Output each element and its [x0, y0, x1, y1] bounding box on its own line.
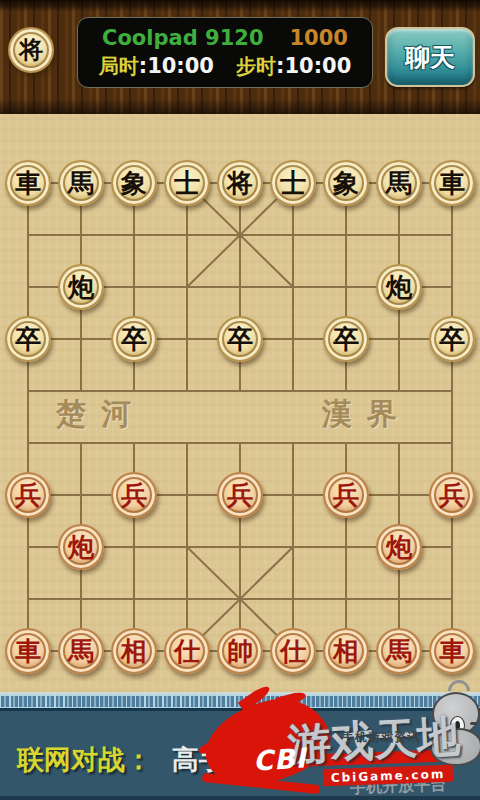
mascot-eye-closed: [470, 722, 478, 725]
piece-red-general[interactable]: 帥: [217, 628, 263, 674]
piece-red-pawn[interactable]: 兵: [217, 472, 263, 518]
piece-black-general[interactable]: 将: [217, 160, 263, 206]
piece-black-cannon[interactable]: 炮: [58, 264, 104, 310]
piece-red-chariot[interactable]: 車: [5, 628, 51, 674]
avatar-general-glyph: 将: [19, 38, 43, 62]
river-label-right: 漢界: [322, 394, 412, 435]
player-avatar-piece: 将: [8, 27, 54, 73]
chat-button-label: 聊天: [405, 41, 455, 74]
player-name: Coolpad 9120: [102, 26, 263, 50]
timers-row: 局时 :10:00 步时 :10:00: [82, 53, 368, 80]
piece-black-elephant[interactable]: 象: [323, 160, 369, 206]
top-bar: 将 Coolpad 9120 1000 局时 :10:00 步时 :10:00 …: [0, 0, 480, 114]
watermark-site-url: CbiGame.com: [331, 767, 446, 785]
player-info-panel: Coolpad 9120 1000 局时 :10:00 步时 :10:00: [77, 17, 373, 88]
game-timer-value: :10:00: [139, 54, 214, 78]
move-timer: 步时 :10:00: [236, 53, 351, 80]
move-timer-label: 步时: [236, 53, 276, 80]
piece-red-advisor[interactable]: 仕: [270, 628, 316, 674]
online-mode-label: 联网对战：: [17, 742, 152, 778]
piece-black-pawn[interactable]: 卒: [429, 316, 475, 362]
piece-red-horse[interactable]: 馬: [58, 628, 104, 674]
piece-black-pawn[interactable]: 卒: [111, 316, 157, 362]
game-timer-label: 局时: [99, 53, 139, 80]
player-identity-row: Coolpad 9120 1000: [82, 26, 368, 50]
piece-red-pawn[interactable]: 兵: [323, 472, 369, 518]
piece-red-cannon[interactable]: 炮: [58, 524, 104, 570]
piece-red-horse[interactable]: 馬: [376, 628, 422, 674]
piece-black-chariot[interactable]: 車: [5, 160, 51, 206]
watermark-small-text: 手机游戏资讯: [342, 729, 420, 746]
piece-black-horse[interactable]: 馬: [58, 160, 104, 206]
piece-red-elephant[interactable]: 相: [111, 628, 157, 674]
game-timer: 局时 :10:00: [99, 53, 214, 80]
piece-black-cannon[interactable]: 炮: [376, 264, 422, 310]
watermark-cbi-logo-text: CBI: [252, 742, 307, 777]
piece-black-pawn[interactable]: 卒: [323, 316, 369, 362]
piece-black-pawn[interactable]: 卒: [5, 316, 51, 362]
piece-red-elephant[interactable]: 相: [323, 628, 369, 674]
piece-red-pawn[interactable]: 兵: [111, 472, 157, 518]
move-timer-value: :10:00: [276, 54, 351, 78]
piece-red-pawn[interactable]: 兵: [5, 472, 51, 518]
river-label-left: 楚河: [56, 394, 146, 435]
piece-black-pawn[interactable]: 卒: [217, 316, 263, 362]
piece-red-advisor[interactable]: 仕: [164, 628, 210, 674]
xiangqi-board[interactable]: 楚河 漢界 車馬象士将士象馬車炮炮卒卒卒卒卒兵兵兵兵兵炮炮車馬相仕帥仕相馬車: [0, 114, 480, 692]
piece-black-horse[interactable]: 馬: [376, 160, 422, 206]
piece-red-pawn[interactable]: 兵: [429, 472, 475, 518]
piece-red-cannon[interactable]: 炮: [376, 524, 422, 570]
app-screen: 将 Coolpad 9120 1000 局时 :10:00 步时 :10:00 …: [0, 0, 480, 800]
piece-red-chariot[interactable]: 車: [429, 628, 475, 674]
piece-black-elephant[interactable]: 象: [111, 160, 157, 206]
piece-black-chariot[interactable]: 車: [429, 160, 475, 206]
player-rating: 1000: [290, 26, 348, 50]
chat-button[interactable]: 聊天: [385, 27, 475, 87]
piece-black-advisor[interactable]: 士: [164, 160, 210, 206]
piece-black-advisor[interactable]: 士: [270, 160, 316, 206]
